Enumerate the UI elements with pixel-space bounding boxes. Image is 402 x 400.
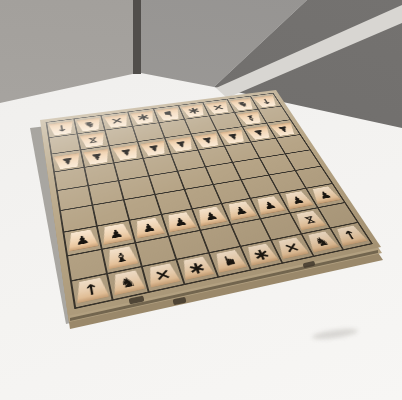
- piece-gote-silver-general[interactable]: ×: [206, 101, 232, 114]
- piece-sente-knight[interactable]: ♞: [110, 269, 146, 295]
- piece-sente-pawn[interactable]: ♟: [100, 223, 133, 245]
- piece-sente-gold-general[interactable]: ∗: [179, 255, 214, 280]
- piece-sente-silver-general[interactable]: ×: [145, 262, 180, 288]
- piece-gote-king[interactable]: ☛: [156, 108, 182, 122]
- lance-icon-up-arrow: ↑: [82, 281, 101, 298]
- piece-gote-lance[interactable]: ↑: [253, 95, 279, 108]
- king-icon-thumbs-up-hand: ☛: [161, 110, 177, 118]
- piece-gote-pawn[interactable]: ♟: [140, 140, 168, 156]
- bishop-icon-chess-bishop: ♝: [243, 114, 258, 123]
- lance-icon-up-arrow: ↑: [259, 97, 273, 105]
- pawn-icon-chess-pawn: ♟: [90, 152, 104, 162]
- pawn-icon-chess-pawn: ♟: [108, 227, 125, 240]
- pawn-icon-chess-pawn: ♟: [201, 136, 215, 145]
- silver-general-icon-x-cross: ×: [152, 266, 173, 284]
- pawn-icon-chess-pawn: ♟: [203, 210, 220, 222]
- bishop-icon-chess-bishop: ♝: [113, 250, 131, 265]
- board-cell[interactable]: ♞: [108, 267, 148, 299]
- knight-icon-horse-head: ♞: [118, 274, 137, 290]
- piece-gote-knight[interactable]: ♞: [230, 98, 256, 111]
- king-icon-thumbs-up-hand: ☛: [219, 253, 241, 268]
- silver-general-icon-x-cross: ×: [211, 103, 227, 112]
- pawn-icon-chess-pawn: ♟: [174, 140, 188, 149]
- board-cell[interactable]: ↑: [72, 274, 112, 307]
- pawn-icon-chess-pawn: ♟: [316, 189, 333, 200]
- knight-icon-horse-head: ♞: [83, 120, 97, 129]
- piece-sente-king[interactable]: ☛: [212, 249, 247, 273]
- piece-gote-pawn[interactable]: ♟: [220, 129, 248, 144]
- lance-icon-up-arrow: ↑: [55, 124, 69, 134]
- pawn-icon-chess-pawn: ♟: [276, 125, 291, 133]
- rook-icon-hourglass: ⋈: [87, 136, 100, 144]
- piece-gote-gold-general[interactable]: ∗: [181, 104, 207, 117]
- knight-icon-horse-head: ♞: [235, 101, 249, 109]
- pawn-icon-chess-pawn: ♟: [172, 216, 189, 228]
- piece-gote-pawn[interactable]: ♟: [54, 153, 82, 170]
- pawn-icon-chess-pawn: ♟: [232, 205, 249, 217]
- pawn-icon-chess-pawn: ♟: [140, 221, 157, 234]
- piece-sente-pawn[interactable]: ♟: [309, 186, 341, 205]
- piece-sente-pawn[interactable]: ♟: [225, 201, 257, 221]
- gold-general-icon-six-point-asterisk: ∗: [185, 258, 209, 278]
- piece-sente-lance[interactable]: ↑: [74, 276, 110, 303]
- gold-general-icon-six-point-asterisk: ∗: [185, 106, 203, 117]
- knight-icon-horse-head: ♞: [312, 234, 331, 248]
- piece-gote-rook[interactable]: ⋈: [80, 133, 107, 149]
- pawn-icon-chess-pawn: ♟: [252, 128, 267, 137]
- piece-sente-pawn[interactable]: ♟: [254, 196, 286, 216]
- piece-gote-silver-general[interactable]: ×: [104, 114, 130, 128]
- board-handle-notch: [173, 297, 187, 306]
- gold-general-icon-six-point-asterisk: ∗: [134, 112, 152, 123]
- shogi-board: ↑♞×∗☛∗×♞↑⋈♝♟♟♟♟♟♟♟♟♟♟♟♟♟♟♟♟♟♟♝⋈↑♞×∗☛∗×♞↑: [40, 90, 381, 316]
- piece-gote-pawn[interactable]: ♟: [270, 122, 298, 136]
- rook-icon-hourglass: ⋈: [301, 215, 317, 225]
- pawn-icon-chess-pawn: ♟: [61, 156, 75, 166]
- piece-gote-pawn[interactable]: ♟: [83, 149, 111, 166]
- gold-general-icon-six-point-asterisk: ∗: [249, 245, 273, 264]
- pawn-icon-chess-pawn: ♟: [119, 148, 133, 158]
- piece-sente-bishop[interactable]: ♝: [105, 245, 139, 269]
- desk-smudge: [312, 327, 359, 341]
- pawn-icon-chess-pawn: ♟: [74, 233, 90, 247]
- piece-gote-pawn[interactable]: ♟: [167, 137, 195, 153]
- piece-gote-lance[interactable]: ↑: [49, 121, 75, 136]
- piece-sente-gold-general[interactable]: ∗: [244, 243, 279, 266]
- pawn-icon-chess-pawn: ♟: [226, 132, 241, 141]
- photo-scene: ↑♞×∗☛∗×♞↑⋈♝♟♟♟♟♟♟♟♟♟♟♟♟♟♟♟♟♟♟♝⋈↑♞×∗☛∗×♞↑: [0, 0, 402, 400]
- piece-sente-pawn[interactable]: ♟: [66, 229, 99, 252]
- board-grid: ↑♞×∗☛∗×♞↑⋈♝♟♟♟♟♟♟♟♟♟♟♟♟♟♟♟♟♟♟♝⋈↑♞×∗☛∗×♞↑: [46, 93, 374, 309]
- piece-gote-pawn[interactable]: ♟: [194, 133, 222, 148]
- piece-gote-gold-general[interactable]: ∗: [130, 111, 156, 125]
- piece-sente-pawn[interactable]: ♟: [132, 217, 165, 239]
- silver-general-icon-x-cross: ×: [281, 240, 302, 256]
- lance-icon-up-arrow: ↑: [341, 228, 361, 242]
- piece-sente-pawn[interactable]: ♟: [195, 206, 228, 227]
- piece-gote-knight[interactable]: ♞: [76, 118, 102, 133]
- piece-gote-bishop[interactable]: ♝: [237, 112, 264, 126]
- silver-general-icon-x-cross: ×: [109, 116, 124, 126]
- piece-sente-pawn[interactable]: ♟: [164, 211, 197, 232]
- board-cell[interactable]: ×: [143, 260, 183, 291]
- pawn-icon-chess-pawn: ♟: [261, 199, 278, 211]
- pawn-icon-chess-pawn: ♟: [147, 144, 161, 153]
- pawn-icon-chess-pawn: ♟: [289, 194, 306, 205]
- piece-gote-pawn[interactable]: ♟: [112, 144, 140, 160]
- piece-gote-pawn[interactable]: ♟: [245, 126, 273, 141]
